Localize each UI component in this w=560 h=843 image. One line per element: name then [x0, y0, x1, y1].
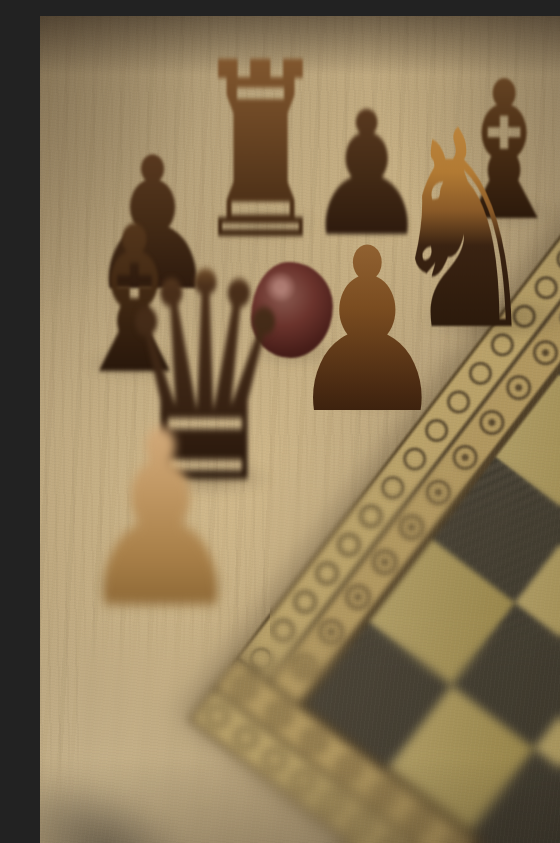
- pieces-layer: ♜♟♝♞♟♝♛♟♟: [40, 16, 560, 843]
- pawn-light-foreground-piece: ♟: [65, 398, 255, 641]
- pawn-glyph: ♟: [65, 398, 255, 641]
- photograph: ♜♟♝♞♟♝♛♟♟: [40, 16, 560, 843]
